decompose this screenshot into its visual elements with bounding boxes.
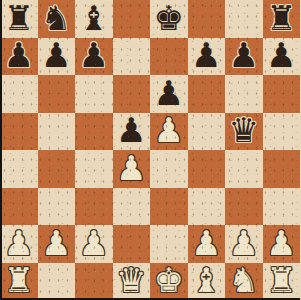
white-pawn[interactable]: ♟ [229,226,259,260]
white-pawn[interactable]: ♟ [154,113,184,147]
black-king[interactable]: ♚ [154,1,184,35]
black-pawn[interactable]: ♟ [4,38,34,72]
square-e4[interactable] [150,150,188,188]
square-c6[interactable] [75,75,113,113]
black-bishop[interactable]: ♝ [79,1,109,35]
square-a1[interactable]: ♜ [0,263,38,300]
black-rook[interactable]: ♜ [4,1,34,35]
black-pawn[interactable]: ♟ [229,38,259,72]
square-b8[interactable]: ♞ [38,0,76,38]
white-pawn[interactable]: ♟ [191,226,221,260]
square-d8[interactable] [113,0,151,38]
square-c3[interactable] [75,188,113,226]
square-d2[interactable] [113,225,151,263]
black-pawn[interactable]: ♟ [154,76,184,110]
square-a6[interactable] [0,75,38,113]
black-pawn[interactable]: ♟ [266,38,296,72]
square-h6[interactable] [263,75,301,113]
white-rook[interactable]: ♜ [4,263,34,297]
white-king[interactable]: ♚ [154,263,184,297]
square-d7[interactable] [113,38,151,76]
square-h5[interactable] [263,113,301,151]
square-e8[interactable]: ♚ [150,0,188,38]
square-g8[interactable] [225,0,263,38]
square-f2[interactable]: ♟ [188,225,226,263]
white-pawn[interactable]: ♟ [266,226,296,260]
square-f6[interactable] [188,75,226,113]
square-c1[interactable] [75,263,113,300]
square-c7[interactable]: ♟ [75,38,113,76]
white-pawn[interactable]: ♟ [116,151,146,185]
square-d4[interactable]: ♟ [113,150,151,188]
square-d6[interactable] [113,75,151,113]
square-f4[interactable] [188,150,226,188]
square-f5[interactable] [188,113,226,151]
black-pawn[interactable]: ♟ [116,113,146,147]
square-c2[interactable]: ♟ [75,225,113,263]
black-pawn[interactable]: ♟ [41,38,71,72]
black-queen[interactable]: ♛ [229,113,259,147]
square-e3[interactable] [150,188,188,226]
square-f7[interactable]: ♟ [188,38,226,76]
black-knight[interactable]: ♞ [41,1,71,35]
black-pawn[interactable]: ♟ [191,38,221,72]
square-b1[interactable] [38,263,76,300]
black-pawn[interactable]: ♟ [79,38,109,72]
square-g5[interactable]: ♛ [225,113,263,151]
white-pawn[interactable]: ♟ [4,226,34,260]
square-g6[interactable] [225,75,263,113]
square-c5[interactable] [75,113,113,151]
white-bishop[interactable]: ♝ [191,263,221,297]
square-f1[interactable]: ♝ [188,263,226,300]
square-a8[interactable]: ♜ [0,0,38,38]
square-g7[interactable]: ♟ [225,38,263,76]
square-b3[interactable] [38,188,76,226]
square-a3[interactable] [0,188,38,226]
black-rook[interactable]: ♜ [266,1,296,35]
square-a7[interactable]: ♟ [0,38,38,76]
square-f3[interactable] [188,188,226,226]
white-queen[interactable]: ♛ [116,263,146,297]
square-e7[interactable] [150,38,188,76]
square-h7[interactable]: ♟ [263,38,301,76]
square-g4[interactable] [225,150,263,188]
square-h2[interactable]: ♟ [263,225,301,263]
square-b2[interactable]: ♟ [38,225,76,263]
square-e5[interactable]: ♟ [150,113,188,151]
chess-board: ♜♞♝♚♜♟♟♟♟♟♟♟♟♟♛♟♟♟♟♟♟♟♜♛♚♝♞♜ [0,0,300,300]
square-a5[interactable] [0,113,38,151]
white-knight[interactable]: ♞ [229,263,259,297]
board-grid: ♜♞♝♚♜♟♟♟♟♟♟♟♟♟♛♟♟♟♟♟♟♟♜♛♚♝♞♜ [0,0,300,300]
square-b7[interactable]: ♟ [38,38,76,76]
square-g1[interactable]: ♞ [225,263,263,300]
square-a4[interactable] [0,150,38,188]
square-a2[interactable]: ♟ [0,225,38,263]
white-rook[interactable]: ♜ [266,263,296,297]
square-g3[interactable] [225,188,263,226]
white-pawn[interactable]: ♟ [79,226,109,260]
square-c8[interactable]: ♝ [75,0,113,38]
square-d3[interactable] [113,188,151,226]
square-g2[interactable]: ♟ [225,225,263,263]
square-b5[interactable] [38,113,76,151]
square-h1[interactable]: ♜ [263,263,301,300]
square-b6[interactable] [38,75,76,113]
square-h3[interactable] [263,188,301,226]
square-d1[interactable]: ♛ [113,263,151,300]
square-c4[interactable] [75,150,113,188]
white-pawn[interactable]: ♟ [41,226,71,260]
square-f8[interactable] [188,0,226,38]
square-e6[interactable]: ♟ [150,75,188,113]
square-e1[interactable]: ♚ [150,263,188,300]
square-h8[interactable]: ♜ [263,0,301,38]
square-h4[interactable] [263,150,301,188]
square-d5[interactable]: ♟ [113,113,151,151]
square-b4[interactable] [38,150,76,188]
square-e2[interactable] [150,225,188,263]
